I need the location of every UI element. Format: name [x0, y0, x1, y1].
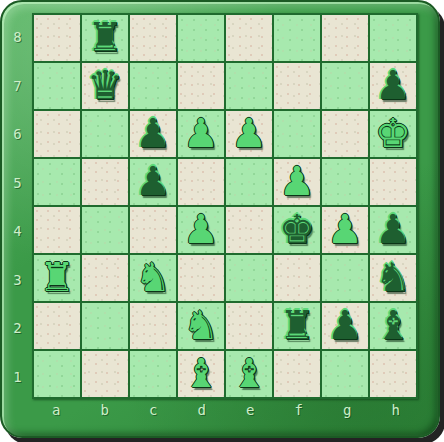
square-a2[interactable] [34, 303, 80, 349]
square-a5[interactable] [34, 159, 80, 205]
square-c7[interactable] [130, 63, 176, 109]
square-b4[interactable] [82, 207, 128, 253]
chess-app-window: 87654321 ♜♛♟♟♟♟♚♟♟♟♚♟♟♜♞♞♞♜♟♝♝♝ abcdefgh [0, 0, 444, 442]
file-label-d: d [178, 402, 227, 420]
black-rook-piece[interactable]: ♜ [87, 17, 123, 57]
square-g3[interactable] [322, 255, 368, 301]
square-e3[interactable] [226, 255, 272, 301]
square-a4[interactable] [34, 207, 80, 253]
square-a7[interactable] [34, 63, 80, 109]
file-label-e: e [226, 402, 275, 420]
square-d5[interactable] [178, 159, 224, 205]
square-h8[interactable] [370, 15, 416, 61]
square-b1[interactable] [82, 351, 128, 397]
black-pawn-piece[interactable]: ♟ [135, 113, 171, 153]
file-labels: abcdefgh [32, 402, 420, 420]
square-h6[interactable]: ♚ [370, 111, 416, 157]
square-b7[interactable]: ♛ [82, 63, 128, 109]
square-g1[interactable] [322, 351, 368, 397]
rank-label-4: 4 [5, 207, 30, 256]
chess-board: ♜♛♟♟♟♟♚♟♟♟♚♟♟♜♞♞♞♜♟♝♝♝ [32, 13, 418, 399]
square-a8[interactable] [34, 15, 80, 61]
square-e6[interactable]: ♟ [226, 111, 272, 157]
black-bishop-piece[interactable]: ♝ [375, 305, 411, 345]
white-knight-piece[interactable]: ♞ [183, 305, 219, 345]
square-e4[interactable] [226, 207, 272, 253]
square-e2[interactable] [226, 303, 272, 349]
black-king-piece[interactable]: ♚ [279, 209, 315, 249]
square-f7[interactable] [274, 63, 320, 109]
square-g5[interactable] [322, 159, 368, 205]
square-d3[interactable] [178, 255, 224, 301]
square-b8[interactable]: ♜ [82, 15, 128, 61]
black-rook-piece[interactable]: ♜ [279, 305, 315, 345]
black-queen-piece[interactable]: ♛ [87, 65, 123, 105]
square-h5[interactable] [370, 159, 416, 205]
square-e1[interactable]: ♝ [226, 351, 272, 397]
white-pawn-piece[interactable]: ♟ [183, 209, 219, 249]
file-label-h: h [372, 402, 421, 420]
white-pawn-piece[interactable]: ♟ [279, 161, 315, 201]
square-c8[interactable] [130, 15, 176, 61]
square-h2[interactable]: ♝ [370, 303, 416, 349]
rank-labels: 87654321 [5, 13, 30, 401]
square-c2[interactable] [130, 303, 176, 349]
square-g6[interactable] [322, 111, 368, 157]
file-label-b: b [81, 402, 130, 420]
square-g2[interactable]: ♟ [322, 303, 368, 349]
square-f5[interactable]: ♟ [274, 159, 320, 205]
white-knight-piece[interactable]: ♞ [135, 257, 171, 297]
file-label-g: g [323, 402, 372, 420]
square-d1[interactable]: ♝ [178, 351, 224, 397]
black-knight-piece[interactable]: ♞ [375, 257, 411, 297]
square-e5[interactable] [226, 159, 272, 205]
rank-label-1: 1 [5, 353, 30, 402]
white-king-piece[interactable]: ♚ [375, 113, 411, 153]
square-f3[interactable] [274, 255, 320, 301]
white-pawn-piece[interactable]: ♟ [231, 113, 267, 153]
black-pawn-piece[interactable]: ♟ [375, 65, 411, 105]
square-h3[interactable]: ♞ [370, 255, 416, 301]
file-label-f: f [275, 402, 324, 420]
square-g4[interactable]: ♟ [322, 207, 368, 253]
square-f8[interactable] [274, 15, 320, 61]
square-g7[interactable] [322, 63, 368, 109]
square-c6[interactable]: ♟ [130, 111, 176, 157]
rank-label-7: 7 [5, 62, 30, 111]
square-b3[interactable] [82, 255, 128, 301]
square-d7[interactable] [178, 63, 224, 109]
white-bishop-piece[interactable]: ♝ [231, 353, 267, 393]
square-b2[interactable] [82, 303, 128, 349]
square-f2[interactable]: ♜ [274, 303, 320, 349]
square-b5[interactable] [82, 159, 128, 205]
file-label-c: c [129, 402, 178, 420]
square-c5[interactable]: ♟ [130, 159, 176, 205]
rank-label-5: 5 [5, 159, 30, 208]
square-a6[interactable] [34, 111, 80, 157]
square-f6[interactable] [274, 111, 320, 157]
square-e7[interactable] [226, 63, 272, 109]
square-a3[interactable]: ♜ [34, 255, 80, 301]
square-g8[interactable] [322, 15, 368, 61]
square-e8[interactable] [226, 15, 272, 61]
square-d2[interactable]: ♞ [178, 303, 224, 349]
white-pawn-piece[interactable]: ♟ [183, 113, 219, 153]
file-label-a: a [32, 402, 81, 420]
black-pawn-piece[interactable]: ♟ [327, 305, 363, 345]
black-pawn-piece[interactable]: ♟ [135, 161, 171, 201]
square-a1[interactable] [34, 351, 80, 397]
square-h1[interactable] [370, 351, 416, 397]
white-pawn-piece[interactable]: ♟ [327, 209, 363, 249]
white-bishop-piece[interactable]: ♝ [183, 353, 219, 393]
square-d6[interactable]: ♟ [178, 111, 224, 157]
white-rook-piece[interactable]: ♜ [39, 257, 75, 297]
square-c4[interactable] [130, 207, 176, 253]
square-b6[interactable] [82, 111, 128, 157]
rank-label-3: 3 [5, 256, 30, 305]
square-h7[interactable]: ♟ [370, 63, 416, 109]
black-pawn-piece[interactable]: ♟ [375, 209, 411, 249]
square-f1[interactable] [274, 351, 320, 397]
rank-label-6: 6 [5, 110, 30, 159]
square-h4[interactable]: ♟ [370, 207, 416, 253]
square-f4[interactable]: ♚ [274, 207, 320, 253]
square-c3[interactable]: ♞ [130, 255, 176, 301]
rank-label-8: 8 [5, 13, 30, 62]
square-d8[interactable] [178, 15, 224, 61]
square-c1[interactable] [130, 351, 176, 397]
square-d4[interactable]: ♟ [178, 207, 224, 253]
rank-label-2: 2 [5, 304, 30, 353]
